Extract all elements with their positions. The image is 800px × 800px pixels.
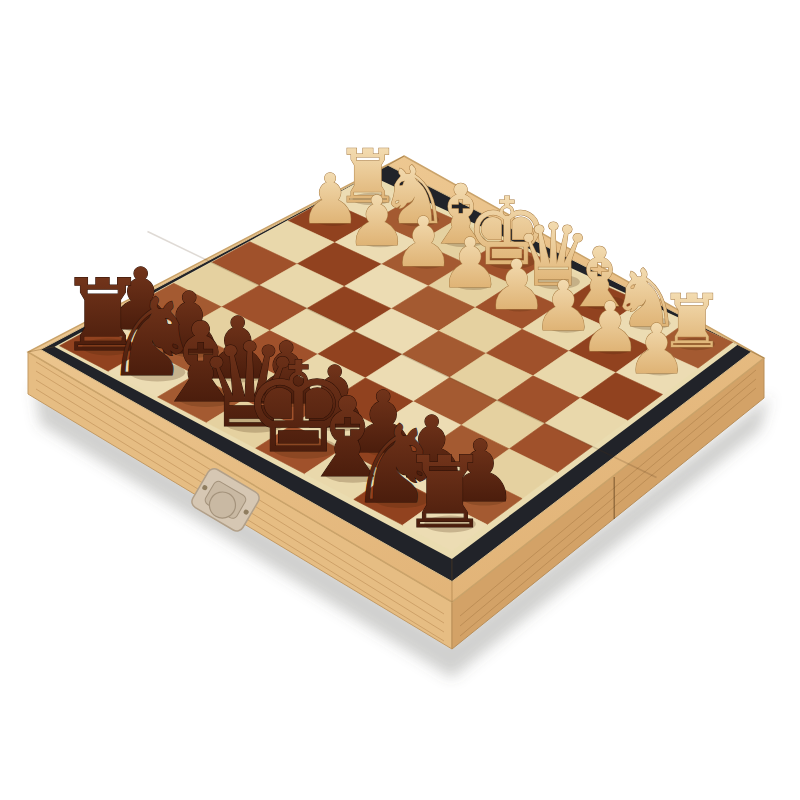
product-photo: ♜♞♝♚♛♝♞♜♟♟♟♟♟♟♟♟♟♟♟♟♟♟♟♟♜♞♝♛♚♝♞♜ [0, 0, 800, 800]
piece-white-pawn[interactable]: ♟ [626, 309, 688, 389]
piece-black-rook[interactable]: ♜ [400, 435, 489, 550]
chess-board-scene: ♜♞♝♚♛♝♞♜♟♟♟♟♟♟♟♟♟♟♟♟♟♟♟♟♜♞♝♛♚♝♞♜ [0, 0, 800, 800]
